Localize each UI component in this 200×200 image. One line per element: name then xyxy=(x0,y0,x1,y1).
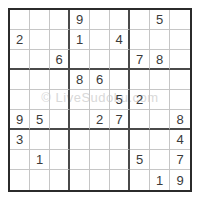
cell-r9c4[interactable] xyxy=(70,170,90,190)
cell-r3c4[interactable] xyxy=(70,50,90,70)
given-digit: 7 xyxy=(136,52,143,67)
cell-r8c6[interactable] xyxy=(110,150,130,170)
cell-r4c9[interactable] xyxy=(170,70,190,90)
given-digit: 4 xyxy=(115,32,122,47)
cell-r5c3[interactable] xyxy=(50,90,70,110)
cell-r4c2[interactable] xyxy=(30,70,50,90)
given-digit: 6 xyxy=(96,72,103,87)
sudoku-grid: © LiveSudoku.com 95214678865295278341571… xyxy=(8,8,192,192)
cell-r6c9[interactable]: 8 xyxy=(170,110,190,130)
cell-r3c7[interactable]: 7 xyxy=(130,50,150,70)
cell-r8c5[interactable] xyxy=(90,150,110,170)
cell-r3c2[interactable] xyxy=(30,50,50,70)
given-digit: 2 xyxy=(136,92,143,107)
cell-r5c1[interactable] xyxy=(10,90,30,110)
given-digit: 4 xyxy=(176,132,183,147)
cell-r5c2[interactable] xyxy=(30,90,50,110)
cell-r7c8[interactable] xyxy=(150,130,170,150)
given-digit: 2 xyxy=(16,32,23,47)
cell-r2c6[interactable]: 4 xyxy=(110,30,130,50)
cell-r1c5[interactable] xyxy=(90,10,110,30)
cell-r3c1[interactable] xyxy=(10,50,30,70)
cell-r5c7[interactable]: 2 xyxy=(130,90,150,110)
given-digit: 6 xyxy=(55,52,62,67)
cell-r3c9[interactable] xyxy=(170,50,190,70)
cell-r9c1[interactable] xyxy=(10,170,30,190)
cell-r9c8[interactable]: 1 xyxy=(150,170,170,190)
cell-r1c2[interactable] xyxy=(30,10,50,30)
given-digit: 1 xyxy=(156,173,163,188)
given-digit: 7 xyxy=(176,152,183,167)
cell-r2c3[interactable] xyxy=(50,30,70,50)
given-digit: 5 xyxy=(136,152,143,167)
cell-r4c5[interactable]: 6 xyxy=(90,70,110,90)
given-digit: 3 xyxy=(16,132,23,147)
cell-r8c2[interactable]: 1 xyxy=(30,150,50,170)
given-digit: 8 xyxy=(176,112,183,127)
cell-r6c3[interactable] xyxy=(50,110,70,130)
cell-r5c9[interactable] xyxy=(170,90,190,110)
cell-r1c8[interactable]: 5 xyxy=(150,10,170,30)
cell-r2c8[interactable] xyxy=(150,30,170,50)
cell-r8c3[interactable] xyxy=(50,150,70,170)
cell-r7c5[interactable] xyxy=(90,130,110,150)
cell-r3c5[interactable] xyxy=(90,50,110,70)
given-digit: 5 xyxy=(115,92,122,107)
cell-r7c4[interactable] xyxy=(70,130,90,150)
given-digit: 1 xyxy=(36,152,43,167)
cell-r4c4[interactable]: 8 xyxy=(70,70,90,90)
cell-r1c4[interactable]: 9 xyxy=(70,10,90,30)
given-digit: 9 xyxy=(76,12,83,27)
cell-r8c8[interactable] xyxy=(150,150,170,170)
cell-r7c3[interactable] xyxy=(50,130,70,150)
given-digit: 8 xyxy=(156,52,163,67)
cell-r2c5[interactable] xyxy=(90,30,110,50)
cell-r7c1[interactable]: 3 xyxy=(10,130,30,150)
cell-r2c7[interactable] xyxy=(130,30,150,50)
cell-r9c9[interactable]: 9 xyxy=(170,170,190,190)
cell-r8c7[interactable]: 5 xyxy=(130,150,150,170)
cell-r5c5[interactable] xyxy=(90,90,110,110)
given-digit: 1 xyxy=(76,32,83,47)
cell-r4c3[interactable] xyxy=(50,70,70,90)
cell-r3c8[interactable]: 8 xyxy=(150,50,170,70)
cell-r4c1[interactable] xyxy=(10,70,30,90)
cell-r2c1[interactable]: 2 xyxy=(10,30,30,50)
cell-r5c6[interactable]: 5 xyxy=(110,90,130,110)
given-digit: 9 xyxy=(176,173,183,188)
cell-r8c1[interactable] xyxy=(10,150,30,170)
cell-r7c6[interactable] xyxy=(110,130,130,150)
cell-r7c2[interactable] xyxy=(30,130,50,150)
cell-r6c7[interactable] xyxy=(130,110,150,130)
cell-r6c8[interactable] xyxy=(150,110,170,130)
cell-r5c4[interactable] xyxy=(70,90,90,110)
cell-r4c6[interactable] xyxy=(110,70,130,90)
cell-r9c3[interactable] xyxy=(50,170,70,190)
cell-r6c1[interactable]: 9 xyxy=(10,110,30,130)
cell-r1c1[interactable] xyxy=(10,10,30,30)
cell-r5c8[interactable] xyxy=(150,90,170,110)
cell-r4c8[interactable] xyxy=(150,70,170,90)
cell-r1c3[interactable] xyxy=(50,10,70,30)
cell-r8c4[interactable] xyxy=(70,150,90,170)
cell-r2c4[interactable]: 1 xyxy=(70,30,90,50)
given-digit: 2 xyxy=(96,112,103,127)
cell-r6c6[interactable]: 7 xyxy=(110,110,130,130)
cell-r1c7[interactable] xyxy=(130,10,150,30)
cell-r7c7[interactable] xyxy=(130,130,150,150)
cell-r1c9[interactable] xyxy=(170,10,190,30)
cell-r2c2[interactable] xyxy=(30,30,50,50)
given-digit: 5 xyxy=(36,112,43,127)
cell-r9c2[interactable] xyxy=(30,170,50,190)
cell-r6c4[interactable] xyxy=(70,110,90,130)
cell-r9c5[interactable] xyxy=(90,170,110,190)
given-digit: 5 xyxy=(156,12,163,27)
cell-r8c9[interactable]: 7 xyxy=(170,150,190,170)
cell-r6c2[interactable]: 5 xyxy=(30,110,50,130)
given-digit: 9 xyxy=(16,112,23,127)
cell-r9c7[interactable] xyxy=(130,170,150,190)
given-digit: 8 xyxy=(76,72,83,87)
cell-r2c9[interactable] xyxy=(170,30,190,50)
cell-r6c5[interactable]: 2 xyxy=(90,110,110,130)
cell-r3c3[interactable]: 6 xyxy=(50,50,70,70)
cell-r4c7[interactable] xyxy=(130,70,150,90)
cell-r7c9[interactable]: 4 xyxy=(170,130,190,150)
cell-r3c6[interactable] xyxy=(110,50,130,70)
given-digit: 7 xyxy=(115,112,122,127)
cell-r1c6[interactable] xyxy=(110,10,130,30)
cell-r9c6[interactable] xyxy=(110,170,130,190)
